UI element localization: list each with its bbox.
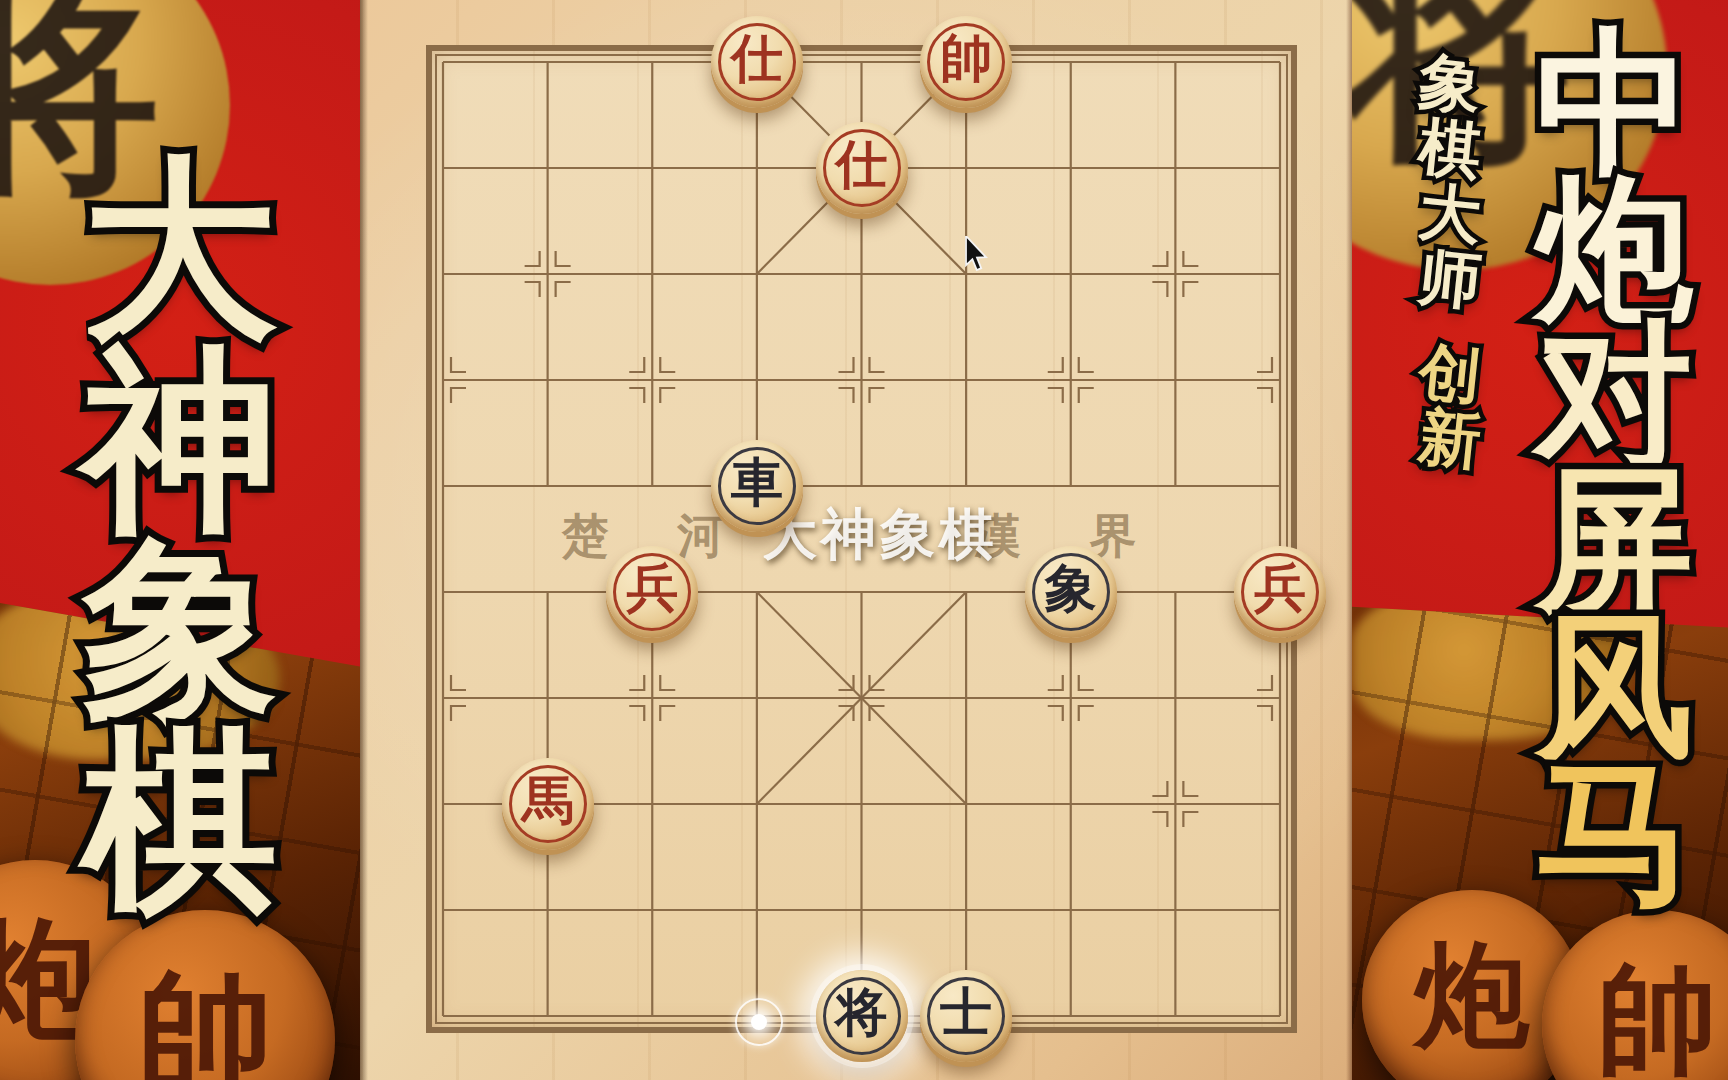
piece-red-兵[interactable]: 兵 — [1234, 546, 1326, 638]
right-subtitle-char: 象象 — [1395, 51, 1505, 116]
app-window: 将 炮 帥 大大 神神 象象 棋棋 楚 河 漢 界 — [0, 0, 1728, 1080]
piece-red-仕[interactable]: 仕 — [816, 122, 908, 214]
piece-red-帥[interactable]: 帥 — [920, 16, 1012, 108]
right-subtitle-char: 棋棋 — [1395, 116, 1505, 181]
left-title-vertical: 大大 神神 象象 棋棋 — [0, 155, 360, 915]
left-title-char: 大大 — [0, 155, 360, 345]
right-subtitle-vertical: 象象 棋棋 大大 师师 — [1395, 51, 1505, 311]
right-banner-panel: 将 炮 帥 象象 棋棋 大大 师师 创创 — [1352, 0, 1728, 1080]
right-subtitle-char: 大大 — [1395, 181, 1505, 246]
right-title-char: 马马 — [1499, 760, 1728, 906]
piece-glyph: 馬 — [522, 766, 574, 836]
piece-glyph: 将 — [836, 978, 888, 1048]
piece-black-車[interactable]: 車 — [711, 440, 803, 532]
piece-glyph: 帥 — [940, 24, 992, 94]
left-banner-panel: 将 炮 帥 大大 神神 象象 棋棋 — [0, 0, 360, 1080]
piece-red-兵[interactable]: 兵 — [606, 546, 698, 638]
piece-glyph: 象 — [1045, 554, 1097, 624]
piece-glyph: 兵 — [626, 554, 678, 624]
right-subtitle2-vertical: 创创 新新 — [1395, 341, 1505, 471]
piece-red-馬[interactable]: 馬 — [502, 758, 594, 850]
right-subtitle2-char: 创创 — [1395, 341, 1505, 406]
right-title-char: 对对 — [1499, 322, 1728, 468]
piece-black-将[interactable]: 将 — [816, 970, 908, 1062]
mouse-cursor-arrow — [964, 236, 994, 272]
piece-glyph: 車 — [731, 448, 783, 518]
right-title-char: 屏屏 — [1499, 468, 1728, 614]
left-title-char: 棋棋 — [0, 725, 360, 915]
right-title-char: 中中 — [1499, 30, 1728, 176]
left-title-char: 象象 — [0, 535, 360, 725]
right-title-char: 风风 — [1499, 614, 1728, 760]
right-subtitle2-char: 新新 — [1395, 406, 1505, 471]
watermark-text: 大神象棋 — [762, 498, 998, 572]
piece-glyph: 仕 — [836, 130, 888, 200]
right-title-vertical: 中中 炮炮 对对 屏屏 风风 马马 — [1499, 30, 1728, 906]
xiangqi-board[interactable]: 楚 河 漢 界 大神象棋 仕帥仕車兵象兵馬将士 — [360, 0, 1352, 1080]
piece-glyph: 士 — [940, 978, 992, 1048]
right-title-char: 炮炮 — [1499, 176, 1728, 322]
move-highlight-dot[interactable] — [735, 998, 783, 1046]
piece-red-仕[interactable]: 仕 — [711, 16, 803, 108]
piece-glyph: 仕 — [731, 24, 783, 94]
piece-glyph: 兵 — [1254, 554, 1306, 624]
right-subtitle-char: 师师 — [1395, 246, 1505, 311]
piece-black-象[interactable]: 象 — [1025, 546, 1117, 638]
piece-black-士[interactable]: 士 — [920, 970, 1012, 1062]
left-title-char: 神神 — [0, 345, 360, 535]
